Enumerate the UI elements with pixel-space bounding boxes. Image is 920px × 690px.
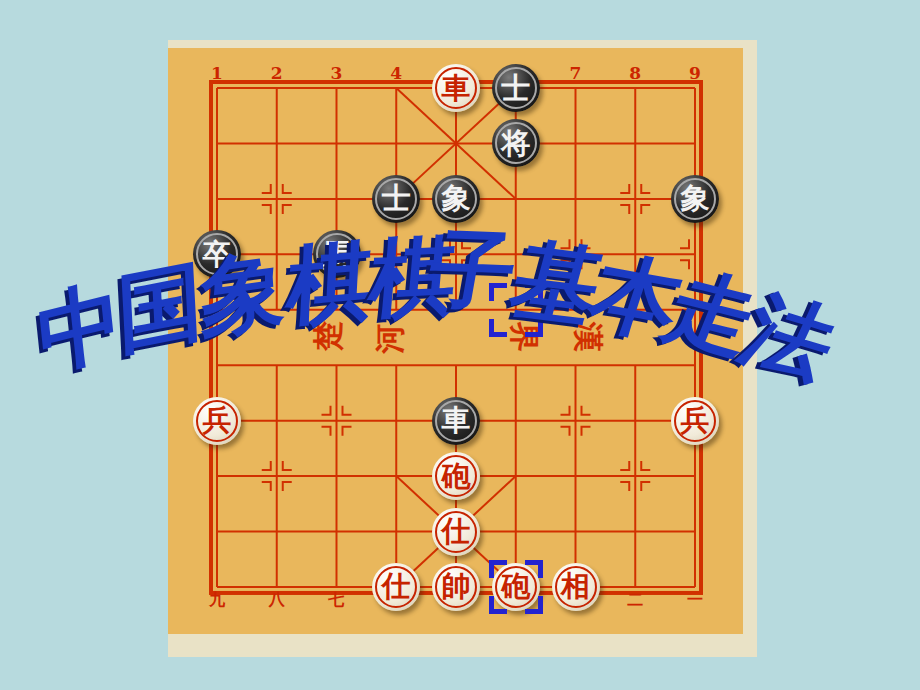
piece-black-advisor[interactable]: 士 <box>372 175 420 223</box>
piece-label: 馬 <box>322 240 351 269</box>
piece-label: 車 <box>442 74 471 103</box>
piece-red-cannon[interactable]: 砲 <box>432 452 480 500</box>
file-label-bottom: 九 <box>209 590 225 611</box>
piece-label: 兵 <box>681 406 710 435</box>
piece-label: 卒 <box>203 240 232 269</box>
piece-label: 砲 <box>501 572 530 601</box>
piece-red-soldier[interactable]: 兵 <box>671 397 719 445</box>
piece-label: 士 <box>501 74 530 103</box>
piece-red-soldier[interactable]: 兵 <box>193 397 241 445</box>
piece-red-elephant[interactable]: 相 <box>552 563 600 611</box>
file-label-top: 8 <box>629 63 641 83</box>
piece-black-soldier[interactable]: 卒 <box>193 230 241 278</box>
piece-red-advisor[interactable]: 仕 <box>432 508 480 556</box>
piece-label: 相 <box>561 572 590 601</box>
river-text: 河 <box>370 324 411 354</box>
river-text: 漢 <box>567 322 608 352</box>
piece-label: 仕 <box>442 517 471 546</box>
piece-label: 士 <box>382 184 411 213</box>
piece-label: 砲 <box>442 462 471 491</box>
file-label-top: 4 <box>390 63 402 83</box>
piece-label: 兵 <box>203 406 232 435</box>
file-label-bottom: 七 <box>329 590 345 611</box>
piece-label: 仕 <box>382 572 411 601</box>
piece-label: 車 <box>442 406 471 435</box>
slide-background: 123456789九八七六五四三二一楚河界漢車士将士象象卒馬車兵兵砲仕仕帥砲相 … <box>0 0 920 690</box>
file-label-top: 7 <box>570 63 582 83</box>
piece-red-advisor[interactable]: 仕 <box>372 563 420 611</box>
piece-label: 象 <box>681 184 710 213</box>
piece-black-horse[interactable]: 馬 <box>313 230 361 278</box>
board-frame: 123456789九八七六五四三二一楚河界漢車士将士象象卒馬車兵兵砲仕仕帥砲相 <box>168 40 757 657</box>
piece-black-chariot[interactable]: 車 <box>432 397 480 445</box>
piece-red-chariot[interactable]: 車 <box>432 64 480 112</box>
piece-black-advisor[interactable]: 士 <box>492 64 540 112</box>
xiangqi-board[interactable]: 123456789九八七六五四三二一楚河界漢車士将士象象卒馬車兵兵砲仕仕帥砲相 <box>168 48 743 634</box>
file-label-top: 1 <box>211 63 223 83</box>
river-text: 楚 <box>308 321 349 351</box>
file-label-top: 2 <box>271 63 283 83</box>
file-label-bottom: 二 <box>627 590 643 611</box>
file-label-top: 3 <box>331 63 343 83</box>
piece-black-elephant[interactable]: 象 <box>432 175 480 223</box>
file-label-bottom: 一 <box>687 590 703 611</box>
piece-label: 帥 <box>442 572 471 601</box>
piece-red-cannon[interactable]: 砲 <box>492 563 540 611</box>
piece-black-general[interactable]: 将 <box>492 119 540 167</box>
piece-label: 象 <box>442 184 471 213</box>
river-text: 界 <box>503 322 544 352</box>
file-label-top: 9 <box>689 63 701 83</box>
piece-black-elephant[interactable]: 象 <box>671 175 719 223</box>
piece-red-general[interactable]: 帥 <box>432 563 480 611</box>
file-label-bottom: 八 <box>269 590 285 611</box>
title-char: 中 <box>34 273 127 380</box>
piece-label: 将 <box>501 129 530 158</box>
